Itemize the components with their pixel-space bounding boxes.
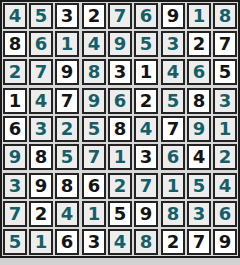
sudoku-cell-r7c2[interactable]: 9 bbox=[29, 173, 53, 199]
sudoku-cell-r5c9[interactable]: 1 bbox=[213, 116, 237, 142]
sudoku-cell-r1c9[interactable]: 8 bbox=[213, 3, 237, 29]
sudoku-cell-r3c5[interactable]: 3 bbox=[108, 59, 132, 85]
sudoku-box-4: 147632985 bbox=[3, 88, 79, 170]
sudoku-cell-r5c8[interactable]: 9 bbox=[187, 116, 211, 142]
sudoku-cell-r4c7[interactable]: 5 bbox=[161, 88, 185, 114]
sudoku-cell-r8c2[interactable]: 2 bbox=[29, 201, 53, 227]
sudoku-cell-r9c1[interactable]: 5 bbox=[3, 229, 27, 255]
sudoku-cell-r4c5[interactable]: 6 bbox=[108, 88, 132, 114]
sudoku-cell-r9c3[interactable]: 6 bbox=[55, 229, 79, 255]
sudoku-cell-r1c8[interactable]: 1 bbox=[187, 3, 211, 29]
sudoku-cell-r2c2[interactable]: 6 bbox=[29, 31, 53, 57]
sudoku-cell-r1c7[interactable]: 9 bbox=[161, 3, 185, 29]
sudoku-cell-r6c1[interactable]: 9 bbox=[3, 144, 27, 170]
sudoku-cell-r9c2[interactable]: 1 bbox=[29, 229, 53, 255]
sudoku-cell-r7c7[interactable]: 1 bbox=[161, 173, 185, 199]
sudoku-cell-r1c3[interactable]: 3 bbox=[55, 3, 79, 29]
sudoku-cell-r8c5[interactable]: 5 bbox=[108, 201, 132, 227]
sudoku-cell-r7c1[interactable]: 3 bbox=[3, 173, 27, 199]
sudoku-cell-r8c6[interactable]: 9 bbox=[134, 201, 158, 227]
sudoku-box-1: 453861279 bbox=[3, 3, 79, 85]
sudoku-cell-r7c8[interactable]: 5 bbox=[187, 173, 211, 199]
sudoku-cell-r6c3[interactable]: 5 bbox=[55, 144, 79, 170]
sudoku-cell-r3c1[interactable]: 2 bbox=[3, 59, 27, 85]
sudoku-cell-r7c5[interactable]: 2 bbox=[108, 173, 132, 199]
sudoku-box-9: 154836279 bbox=[161, 173, 237, 255]
sudoku-cell-r9c4[interactable]: 3 bbox=[82, 229, 106, 255]
sudoku-box-3: 918327465 bbox=[161, 3, 237, 85]
sudoku-cell-r3c2[interactable]: 7 bbox=[29, 59, 53, 85]
sudoku-cell-r3c4[interactable]: 8 bbox=[82, 59, 106, 85]
sudoku-cell-r6c6[interactable]: 3 bbox=[134, 144, 158, 170]
sudoku-cell-r6c9[interactable]: 2 bbox=[213, 144, 237, 170]
sudoku-cell-r4c1[interactable]: 1 bbox=[3, 88, 27, 114]
sudoku-cell-r8c3[interactable]: 4 bbox=[55, 201, 79, 227]
sudoku-board: 4538612792764958319183274651476329859625… bbox=[0, 0, 240, 258]
sudoku-cell-r4c3[interactable]: 7 bbox=[55, 88, 79, 114]
sudoku-cell-r5c6[interactable]: 4 bbox=[134, 116, 158, 142]
sudoku-cell-r2c5[interactable]: 9 bbox=[108, 31, 132, 57]
sudoku-cell-r7c6[interactable]: 7 bbox=[134, 173, 158, 199]
sudoku-cell-r7c4[interactable]: 6 bbox=[82, 173, 106, 199]
sudoku-cell-r6c2[interactable]: 8 bbox=[29, 144, 53, 170]
sudoku-cell-r2c3[interactable]: 1 bbox=[55, 31, 79, 57]
sudoku-cell-r1c6[interactable]: 6 bbox=[134, 3, 158, 29]
sudoku-cell-r4c8[interactable]: 8 bbox=[187, 88, 211, 114]
sudoku-cell-r4c9[interactable]: 3 bbox=[213, 88, 237, 114]
sudoku-cell-r5c7[interactable]: 7 bbox=[161, 116, 185, 142]
sudoku-cell-r1c1[interactable]: 4 bbox=[3, 3, 27, 29]
sudoku-cell-r5c2[interactable]: 3 bbox=[29, 116, 53, 142]
sudoku-cell-r5c3[interactable]: 2 bbox=[55, 116, 79, 142]
sudoku-cell-r5c1[interactable]: 6 bbox=[3, 116, 27, 142]
sudoku-cell-r1c5[interactable]: 7 bbox=[108, 3, 132, 29]
sudoku-cell-r8c1[interactable]: 7 bbox=[3, 201, 27, 227]
sudoku-cell-r5c4[interactable]: 5 bbox=[82, 116, 106, 142]
sudoku-cell-r6c8[interactable]: 4 bbox=[187, 144, 211, 170]
sudoku-cell-r7c9[interactable]: 4 bbox=[213, 173, 237, 199]
sudoku-cell-r9c5[interactable]: 4 bbox=[108, 229, 132, 255]
page: 4538612792764958319183274651476329859625… bbox=[0, 0, 240, 265]
sudoku-cell-r2c1[interactable]: 8 bbox=[3, 31, 27, 57]
sudoku-cell-r9c8[interactable]: 7 bbox=[187, 229, 211, 255]
sudoku-cell-r2c6[interactable]: 5 bbox=[134, 31, 158, 57]
sudoku-cell-r2c7[interactable]: 3 bbox=[161, 31, 185, 57]
sudoku-cell-r6c7[interactable]: 6 bbox=[161, 144, 185, 170]
sudoku-cell-r1c2[interactable]: 5 bbox=[29, 3, 53, 29]
sudoku-box-2: 276495831 bbox=[82, 3, 158, 85]
sudoku-cell-r8c9[interactable]: 6 bbox=[213, 201, 237, 227]
sudoku-cell-r9c6[interactable]: 8 bbox=[134, 229, 158, 255]
sudoku-cell-r4c6[interactable]: 2 bbox=[134, 88, 158, 114]
sudoku-cell-r1c4[interactable]: 2 bbox=[82, 3, 106, 29]
sudoku-box-5: 962584713 bbox=[82, 88, 158, 170]
sudoku-cell-r4c2[interactable]: 4 bbox=[29, 88, 53, 114]
sudoku-cell-r3c3[interactable]: 9 bbox=[55, 59, 79, 85]
sudoku-cell-r2c8[interactable]: 2 bbox=[187, 31, 211, 57]
sudoku-cell-r8c4[interactable]: 1 bbox=[82, 201, 106, 227]
sudoku-cell-r3c7[interactable]: 4 bbox=[161, 59, 185, 85]
sudoku-cell-r8c7[interactable]: 8 bbox=[161, 201, 185, 227]
sudoku-cell-r7c3[interactable]: 8 bbox=[55, 173, 79, 199]
sudoku-cell-r6c5[interactable]: 1 bbox=[108, 144, 132, 170]
sudoku-box-6: 583791642 bbox=[161, 88, 237, 170]
sudoku-box-8: 627159348 bbox=[82, 173, 158, 255]
sudoku-cell-r3c9[interactable]: 5 bbox=[213, 59, 237, 85]
sudoku-cell-r6c4[interactable]: 7 bbox=[82, 144, 106, 170]
sudoku-cell-r5c5[interactable]: 8 bbox=[108, 116, 132, 142]
sudoku-cell-r9c7[interactable]: 2 bbox=[161, 229, 185, 255]
sudoku-cell-r2c9[interactable]: 7 bbox=[213, 31, 237, 57]
sudoku-cell-r9c9[interactable]: 9 bbox=[213, 229, 237, 255]
sudoku-box-7: 398724516 bbox=[3, 173, 79, 255]
sudoku-cell-r4c4[interactable]: 9 bbox=[82, 88, 106, 114]
sudoku-cell-r2c4[interactable]: 4 bbox=[82, 31, 106, 57]
sudoku-cell-r8c8[interactable]: 3 bbox=[187, 201, 211, 227]
sudoku-cell-r3c8[interactable]: 6 bbox=[187, 59, 211, 85]
sudoku-cell-r3c6[interactable]: 1 bbox=[134, 59, 158, 85]
